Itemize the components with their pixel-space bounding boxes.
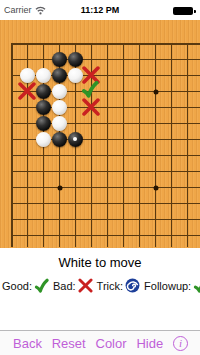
board-cell[interactable] xyxy=(99,211,115,227)
board-cell[interactable] xyxy=(179,83,195,99)
board-cell[interactable] xyxy=(163,67,179,83)
board-cell[interactable] xyxy=(3,147,19,163)
board-cell[interactable] xyxy=(99,35,115,51)
bad-x-mark xyxy=(82,98,100,116)
legend-row: Good: Bad: Trick: Followup: xyxy=(0,276,200,296)
board-cell[interactable] xyxy=(19,179,35,195)
board-cell[interactable] xyxy=(3,163,19,179)
board-cell[interactable] xyxy=(3,51,19,67)
board-cell[interactable] xyxy=(163,227,179,243)
board-cell[interactable] xyxy=(51,179,67,195)
board-cell[interactable] xyxy=(19,163,35,179)
board-cell[interactable] xyxy=(147,163,163,179)
board-cell[interactable] xyxy=(115,51,131,67)
board-cell[interactable] xyxy=(3,99,19,115)
board-cell[interactable] xyxy=(147,83,163,99)
board-cell[interactable] xyxy=(3,195,19,211)
board-cell[interactable] xyxy=(131,147,147,163)
board-cell[interactable] xyxy=(131,227,147,243)
info-button[interactable]: i xyxy=(173,336,188,351)
board-cell[interactable] xyxy=(179,147,195,163)
board-cell[interactable] xyxy=(35,83,51,99)
board-cell[interactable] xyxy=(147,179,163,195)
board-cell[interactable] xyxy=(83,179,99,195)
board-cell[interactable] xyxy=(19,147,35,163)
board-cell[interactable] xyxy=(3,35,19,51)
board-cell[interactable] xyxy=(163,51,179,67)
board-cell[interactable] xyxy=(179,163,195,179)
board-cell[interactable] xyxy=(3,83,19,99)
board-cell[interactable] xyxy=(147,131,163,147)
white-stone xyxy=(20,68,35,83)
board-cell[interactable] xyxy=(51,211,67,227)
board-cell[interactable] xyxy=(67,131,83,147)
board-cell[interactable] xyxy=(163,147,179,163)
board-cell[interactable] xyxy=(19,131,35,147)
board-cell[interactable] xyxy=(147,35,163,51)
black-stone xyxy=(36,84,51,99)
board-cell[interactable] xyxy=(147,115,163,131)
board-cell[interactable] xyxy=(131,211,147,227)
go-board[interactable] xyxy=(0,20,200,248)
board-cell[interactable] xyxy=(163,35,179,51)
board-cell[interactable] xyxy=(147,211,163,227)
board-cell[interactable] xyxy=(51,195,67,211)
status-bar: Carrier 11:12 PM xyxy=(0,0,200,20)
white-stone xyxy=(52,116,67,131)
board-cell[interactable] xyxy=(99,67,115,83)
board-cell[interactable] xyxy=(67,211,83,227)
board-cell[interactable] xyxy=(179,179,195,195)
board-cell[interactable] xyxy=(35,147,51,163)
board-cell[interactable] xyxy=(35,67,51,83)
board-cell[interactable] xyxy=(83,35,99,51)
board-cell[interactable] xyxy=(19,35,35,51)
board-cell[interactable] xyxy=(163,195,179,211)
board-cell[interactable] xyxy=(67,163,83,179)
board-cell[interactable] xyxy=(19,227,35,243)
board-cell[interactable] xyxy=(3,179,19,195)
white-stone xyxy=(36,132,51,147)
board-cell[interactable] xyxy=(35,163,51,179)
board-cell[interactable] xyxy=(3,115,19,131)
goban-grid[interactable] xyxy=(3,35,195,243)
board-cell[interactable] xyxy=(51,99,67,115)
board-cell[interactable] xyxy=(51,131,67,147)
reset-button[interactable]: Reset xyxy=(52,336,86,351)
board-cell[interactable] xyxy=(131,35,147,51)
board-cell[interactable] xyxy=(179,115,195,131)
board-cell[interactable] xyxy=(19,211,35,227)
clock: 11:12 PM xyxy=(0,0,200,20)
good-check-mark xyxy=(81,80,99,98)
board-cell[interactable] xyxy=(35,115,51,131)
board-cell[interactable] xyxy=(19,195,35,211)
board-cell[interactable] xyxy=(3,227,19,243)
board-cell[interactable] xyxy=(99,83,115,99)
board-cell[interactable] xyxy=(3,131,19,147)
white-stone xyxy=(52,100,67,115)
board-cell[interactable] xyxy=(115,179,131,195)
board-cell[interactable] xyxy=(115,99,131,115)
board-cell[interactable] xyxy=(51,115,67,131)
board-cell[interactable] xyxy=(19,51,35,67)
board-cell[interactable] xyxy=(67,99,83,115)
board-cell[interactable] xyxy=(99,195,115,211)
board-cell[interactable] xyxy=(99,99,115,115)
board-cell[interactable] xyxy=(99,51,115,67)
board-cell[interactable] xyxy=(67,195,83,211)
legend-bad-label: Bad: xyxy=(53,280,76,292)
board-cell[interactable] xyxy=(163,211,179,227)
black-stone xyxy=(52,68,67,83)
to-move-label: White to move xyxy=(0,255,200,270)
board-cell[interactable] xyxy=(179,99,195,115)
board-cell[interactable] xyxy=(179,227,195,243)
board-cell[interactable] xyxy=(3,211,19,227)
back-button[interactable]: Back xyxy=(13,336,42,351)
board-cell[interactable] xyxy=(83,227,99,243)
color-button[interactable]: Color xyxy=(96,336,127,351)
black-stone xyxy=(52,52,67,67)
board-cell[interactable] xyxy=(163,115,179,131)
board-cell[interactable] xyxy=(131,195,147,211)
board-cell[interactable] xyxy=(115,35,131,51)
board-cell[interactable] xyxy=(131,163,147,179)
board-cell[interactable] xyxy=(19,83,35,99)
red-x-icon xyxy=(78,278,93,295)
board-cell[interactable] xyxy=(83,51,99,67)
board-cell[interactable] xyxy=(115,163,131,179)
black-stone xyxy=(52,132,67,147)
board-cell[interactable] xyxy=(51,67,67,83)
board-cell[interactable] xyxy=(19,99,35,115)
board-cell[interactable] xyxy=(147,195,163,211)
board-cell[interactable] xyxy=(115,67,131,83)
hide-button[interactable]: Hide xyxy=(136,336,163,351)
board-cell[interactable] xyxy=(35,131,51,147)
board-cell[interactable] xyxy=(179,195,195,211)
board-cell[interactable] xyxy=(19,67,35,83)
board-cell[interactable] xyxy=(99,147,115,163)
board-cell[interactable] xyxy=(83,83,99,99)
board-cell[interactable] xyxy=(131,115,147,131)
board-cell[interactable] xyxy=(99,163,115,179)
board-cell[interactable] xyxy=(67,147,83,163)
blue-spiral-icon xyxy=(125,278,140,295)
board-cell[interactable] xyxy=(163,179,179,195)
board-cell[interactable] xyxy=(83,147,99,163)
board-cell[interactable] xyxy=(83,211,99,227)
board-cell[interactable] xyxy=(179,67,195,83)
bottom-toolbar: Back Reset Color Hide i xyxy=(0,330,200,355)
board-cell[interactable] xyxy=(115,147,131,163)
board-cell[interactable] xyxy=(179,211,195,227)
board-cell[interactable] xyxy=(115,195,131,211)
board-cell[interactable] xyxy=(67,227,83,243)
board-cell[interactable] xyxy=(51,35,67,51)
board-cell[interactable] xyxy=(83,115,99,131)
board-cell[interactable] xyxy=(35,35,51,51)
black-stone xyxy=(68,132,83,147)
legend-followup-label: Followup: xyxy=(144,280,191,292)
legend-good-label: Good: xyxy=(2,280,32,292)
board-cell[interactable] xyxy=(131,67,147,83)
board-cell[interactable] xyxy=(115,227,131,243)
board-cell[interactable] xyxy=(67,115,83,131)
board-cell[interactable] xyxy=(147,99,163,115)
board-cell[interactable] xyxy=(67,179,83,195)
black-stone xyxy=(68,52,83,67)
board-cell[interactable] xyxy=(83,131,99,147)
board-cell[interactable] xyxy=(131,51,147,67)
board-cell[interactable] xyxy=(131,131,147,147)
board-cell[interactable] xyxy=(163,131,179,147)
green-check-icon xyxy=(34,278,49,295)
board-cell[interactable] xyxy=(147,51,163,67)
board-cell[interactable] xyxy=(163,99,179,115)
board-cell[interactable] xyxy=(115,115,131,131)
last-move-marker xyxy=(73,137,78,142)
board-cell[interactable] xyxy=(67,35,83,51)
board-cell[interactable] xyxy=(3,67,19,83)
board-cell[interactable] xyxy=(99,131,115,147)
board-cell[interactable] xyxy=(51,147,67,163)
legend-trick-label: Trick: xyxy=(97,280,123,292)
board-cell[interactable] xyxy=(163,83,179,99)
board-cell[interactable] xyxy=(147,147,163,163)
board-cell[interactable] xyxy=(131,179,147,195)
board-cell[interactable] xyxy=(179,51,195,67)
board-cell[interactable] xyxy=(67,51,83,67)
bad-x-mark xyxy=(18,82,36,100)
board-cell[interactable] xyxy=(19,115,35,131)
board-cell[interactable] xyxy=(147,227,163,243)
board-cell[interactable] xyxy=(35,179,51,195)
board-cell[interactable] xyxy=(131,99,147,115)
board-cell[interactable] xyxy=(163,163,179,179)
board-cell[interactable] xyxy=(35,99,51,115)
board-cell[interactable] xyxy=(35,227,51,243)
white-stone xyxy=(36,68,51,83)
board-cell[interactable] xyxy=(99,115,115,131)
board-cell[interactable] xyxy=(51,227,67,243)
board-cell[interactable] xyxy=(83,163,99,179)
board-cell[interactable] xyxy=(51,163,67,179)
board-cell[interactable] xyxy=(115,211,131,227)
board-cell[interactable] xyxy=(35,211,51,227)
black-stone xyxy=(36,100,51,115)
board-cell[interactable] xyxy=(115,131,131,147)
board-cell[interactable] xyxy=(115,83,131,99)
board-cell[interactable] xyxy=(179,35,195,51)
black-stone xyxy=(36,116,51,131)
board-cell[interactable] xyxy=(51,83,67,99)
white-stone xyxy=(52,84,67,99)
board-cell[interactable] xyxy=(147,67,163,83)
green-check-icon xyxy=(193,278,200,295)
board-cell[interactable] xyxy=(131,83,147,99)
battery-icon xyxy=(173,7,193,15)
board-cell[interactable] xyxy=(179,131,195,147)
board-cell[interactable] xyxy=(35,51,51,67)
board-cell[interactable] xyxy=(99,227,115,243)
board-cell[interactable] xyxy=(35,195,51,211)
board-cell[interactable] xyxy=(51,51,67,67)
board-cell[interactable] xyxy=(83,99,99,115)
board-cell[interactable] xyxy=(83,195,99,211)
board-cell[interactable] xyxy=(99,179,115,195)
